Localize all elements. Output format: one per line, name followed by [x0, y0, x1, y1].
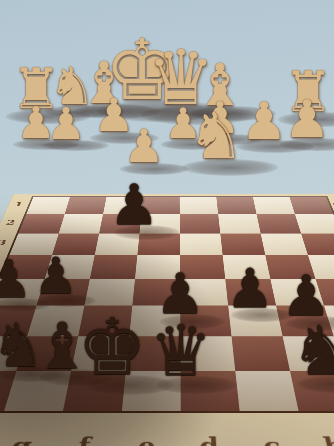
square-b2[interactable]	[257, 214, 301, 233]
black-queen-d8[interactable]: ♛	[136, 316, 227, 386]
white-knight-c3[interactable]: ♞	[174, 104, 257, 168]
square-f4[interactable]	[90, 255, 137, 279]
chess-photo-scene: hgfedcba1122334455667788 ♞♝♚♝♛♜♜♟♟♟♟♟♟♟♞…	[0, 0, 334, 446]
square-c3[interactable]	[220, 233, 265, 254]
square-d2[interactable]	[180, 214, 220, 233]
file-label-d: d	[178, 433, 242, 446]
square-d1[interactable]	[180, 197, 218, 214]
square-a1[interactable]	[289, 197, 333, 214]
square-d3[interactable]	[180, 233, 223, 254]
file-label-b: b	[300, 433, 334, 446]
square-a3[interactable]	[301, 233, 334, 254]
file-label-g: g	[0, 433, 56, 446]
square-h1[interactable]	[26, 197, 70, 214]
square-b3[interactable]	[261, 233, 308, 254]
file-label-c: c	[239, 433, 306, 446]
black-rook-a8[interactable]: ♜	[327, 322, 334, 390]
square-g2[interactable]	[59, 214, 103, 233]
rank-label-left-2: 2	[0, 219, 23, 227]
square-a2[interactable]	[295, 214, 334, 233]
black-pawn-g7[interactable]: ♟	[0, 253, 43, 305]
square-c1[interactable]	[216, 197, 256, 214]
white-pawn-e3[interactable]: ♟	[114, 123, 174, 169]
file-label-f: f	[50, 433, 117, 446]
square-h2[interactable]	[18, 214, 64, 233]
black-knight-b8[interactable]: ♞	[277, 317, 334, 385]
square-b1[interactable]	[253, 197, 295, 214]
rank-label-left-1: 1	[7, 201, 30, 208]
square-c2[interactable]	[218, 214, 260, 233]
white-pawn-g2[interactable]: ♟	[37, 102, 94, 146]
file-label-e: e	[114, 433, 178, 446]
black-pawn-e5[interactable]: ♟	[98, 177, 171, 233]
